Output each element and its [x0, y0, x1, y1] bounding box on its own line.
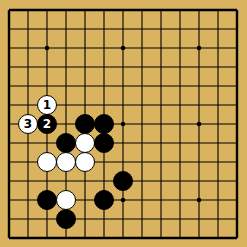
intersection-c12-r3[interactable]	[209, 39, 228, 58]
intersection-c4-r12[interactable]	[57, 210, 76, 229]
intersection-c11-r8[interactable]	[190, 134, 209, 153]
intersection-c8-r4[interactable]	[133, 58, 152, 77]
intersection-c8-r3[interactable]	[133, 39, 152, 58]
intersection-c13-r5[interactable]	[228, 77, 247, 96]
intersection-c8-r9[interactable]	[133, 153, 152, 172]
intersection-c10-r4[interactable]	[171, 58, 190, 77]
intersection-c6-r12[interactable]	[95, 210, 114, 229]
intersection-c11-r4[interactable]	[190, 58, 209, 77]
intersection-c3-r1[interactable]	[38, 1, 57, 20]
white-stone-move-1: 1	[37, 95, 57, 115]
intersection-c2-r12[interactable]	[19, 210, 38, 229]
intersection-c11-r6[interactable]	[190, 96, 209, 115]
intersection-c13-r7[interactable]	[228, 115, 247, 134]
white-stone	[37, 152, 57, 172]
intersection-c11-r11[interactable]	[190, 191, 209, 210]
intersection-c9-r13[interactable]	[152, 229, 171, 247]
intersection-c4-r6[interactable]	[57, 96, 76, 115]
intersection-c7-r2[interactable]	[114, 20, 133, 39]
intersection-c7-r9[interactable]	[114, 153, 133, 172]
intersection-c2-r13[interactable]	[19, 229, 38, 247]
intersection-c5-r10[interactable]	[76, 172, 95, 191]
intersection-c5-r5[interactable]	[76, 77, 95, 96]
intersection-c11-r7[interactable]	[190, 115, 209, 134]
intersection-c6-r10[interactable]	[95, 172, 114, 191]
intersection-c10-r6[interactable]	[171, 96, 190, 115]
intersection-c6-r11[interactable]	[95, 191, 114, 210]
intersection-c10-r10[interactable]	[171, 172, 190, 191]
move-number-label: 2	[43, 118, 51, 130]
intersection-c9-r9[interactable]	[152, 153, 171, 172]
intersection-c1-r10[interactable]	[0, 172, 19, 191]
intersection-c13-r10[interactable]	[228, 172, 247, 191]
intersection-c9-r4[interactable]	[152, 58, 171, 77]
intersection-c3-r7[interactable]: 2	[38, 115, 57, 134]
intersection-c13-r11[interactable]	[228, 191, 247, 210]
intersection-c5-r7[interactable]	[76, 115, 95, 134]
intersection-c2-r9[interactable]	[19, 153, 38, 172]
intersection-c2-r11[interactable]	[19, 191, 38, 210]
intersection-c11-r2[interactable]	[190, 20, 209, 39]
black-stone-move-2: 2	[37, 114, 57, 134]
intersection-c7-r6[interactable]	[114, 96, 133, 115]
intersection-c12-r10[interactable]	[209, 172, 228, 191]
intersection-c5-r3[interactable]	[76, 39, 95, 58]
intersection-c4-r2[interactable]	[57, 20, 76, 39]
intersection-c11-r10[interactable]	[190, 172, 209, 191]
move-number-label: 1	[43, 99, 51, 111]
intersection-c12-r12[interactable]	[209, 210, 228, 229]
intersection-c10-r12[interactable]	[171, 210, 190, 229]
intersection-c5-r9[interactable]	[76, 153, 95, 172]
intersection-c3-r8[interactable]	[38, 134, 57, 153]
black-stone	[56, 209, 76, 229]
intersection-c2-r3[interactable]	[19, 39, 38, 58]
intersection-c2-r8[interactable]	[19, 134, 38, 153]
intersection-c10-r11[interactable]	[171, 191, 190, 210]
intersection-c3-r3[interactable]	[38, 39, 57, 58]
intersection-c8-r1[interactable]	[133, 1, 152, 20]
black-stone	[75, 114, 95, 134]
intersection-c4-r9[interactable]	[57, 153, 76, 172]
intersection-c8-r6[interactable]	[133, 96, 152, 115]
intersection-c2-r5[interactable]	[19, 77, 38, 96]
intersection-c13-r9[interactable]	[228, 153, 247, 172]
intersection-c12-r4[interactable]	[209, 58, 228, 77]
intersection-c2-r2[interactable]	[19, 20, 38, 39]
intersection-c13-r1[interactable]	[228, 1, 247, 20]
intersection-c10-r13[interactable]	[171, 229, 190, 247]
intersection-c8-r12[interactable]	[133, 210, 152, 229]
intersection-c6-r4[interactable]	[95, 58, 114, 77]
intersection-c1-r8[interactable]	[0, 134, 19, 153]
intersection-c7-r13[interactable]	[114, 229, 133, 247]
intersection-c11-r3[interactable]	[190, 39, 209, 58]
intersection-c3-r13[interactable]	[38, 229, 57, 247]
intersection-c12-r11[interactable]	[209, 191, 228, 210]
intersection-c9-r8[interactable]	[152, 134, 171, 153]
intersection-c9-r7[interactable]	[152, 115, 171, 134]
intersection-c2-r4[interactable]	[19, 58, 38, 77]
intersection-c12-r1[interactable]	[209, 1, 228, 20]
intersection-c7-r12[interactable]	[114, 210, 133, 229]
intersection-c12-r9[interactable]	[209, 153, 228, 172]
intersection-c5-r6[interactable]	[76, 96, 95, 115]
intersection-c5-r13[interactable]	[76, 229, 95, 247]
intersection-c1-r12[interactable]	[0, 210, 19, 229]
intersection-c12-r13[interactable]	[209, 229, 228, 247]
intersection-c13-r8[interactable]	[228, 134, 247, 153]
intersection-c4-r13[interactable]	[57, 229, 76, 247]
intersection-c11-r12[interactable]	[190, 210, 209, 229]
intersection-c8-r7[interactable]	[133, 115, 152, 134]
intersection-c4-r7[interactable]	[57, 115, 76, 134]
intersection-c10-r3[interactable]	[171, 39, 190, 58]
intersection-c1-r3[interactable]	[0, 39, 19, 58]
intersection-c5-r2[interactable]	[76, 20, 95, 39]
intersection-c8-r5[interactable]	[133, 77, 152, 96]
white-stone	[56, 152, 76, 172]
intersection-c10-r1[interactable]	[171, 1, 190, 20]
intersection-c9-r3[interactable]	[152, 39, 171, 58]
white-stone	[75, 133, 95, 153]
intersection-c13-r4[interactable]	[228, 58, 247, 77]
intersection-c1-r1[interactable]	[0, 1, 19, 20]
intersection-c1-r13[interactable]	[0, 229, 19, 247]
intersection-c12-r7[interactable]	[209, 115, 228, 134]
intersection-c4-r10[interactable]	[57, 172, 76, 191]
intersection-c6-r5[interactable]	[95, 77, 114, 96]
intersection-c10-r8[interactable]	[171, 134, 190, 153]
intersection-c12-r5[interactable]	[209, 77, 228, 96]
intersection-c3-r4[interactable]	[38, 58, 57, 77]
intersection-c2-r6[interactable]	[19, 96, 38, 115]
intersection-c1-r7[interactable]	[0, 115, 19, 134]
intersection-c5-r11[interactable]	[76, 191, 95, 210]
white-stone	[56, 190, 76, 210]
intersection-c1-r5[interactable]	[0, 77, 19, 96]
intersection-c7-r10[interactable]	[114, 172, 133, 191]
intersection-c8-r10[interactable]	[133, 172, 152, 191]
intersection-c7-r4[interactable]	[114, 58, 133, 77]
intersection-c1-r2[interactable]	[0, 20, 19, 39]
intersection-c11-r9[interactable]	[190, 153, 209, 172]
intersection-c3-r2[interactable]	[38, 20, 57, 39]
black-stone	[56, 133, 76, 153]
intersection-c13-r12[interactable]	[228, 210, 247, 229]
intersection-c9-r6[interactable]	[152, 96, 171, 115]
move-number-label: 3	[24, 118, 32, 130]
intersection-c5-r1[interactable]	[76, 1, 95, 20]
intersection-c5-r12[interactable]	[76, 210, 95, 229]
intersection-c10-r2[interactable]	[171, 20, 190, 39]
intersection-c1-r9[interactable]	[0, 153, 19, 172]
go-diagram: 132	[0, 0, 247, 247]
intersection-c6-r13[interactable]	[95, 229, 114, 247]
go-board[interactable]: 132	[0, 1, 247, 247]
intersection-c1-r6[interactable]	[0, 96, 19, 115]
intersection-c8-r11[interactable]	[133, 191, 152, 210]
intersection-c9-r2[interactable]	[152, 20, 171, 39]
black-stone	[94, 133, 114, 153]
intersection-c12-r8[interactable]	[209, 134, 228, 153]
intersection-c3-r9[interactable]	[38, 153, 57, 172]
intersection-c9-r11[interactable]	[152, 191, 171, 210]
intersection-c10-r7[interactable]	[171, 115, 190, 134]
intersection-c11-r1[interactable]	[190, 1, 209, 20]
intersection-c3-r12[interactable]	[38, 210, 57, 229]
intersection-c3-r6[interactable]: 1	[38, 96, 57, 115]
intersection-c13-r6[interactable]	[228, 96, 247, 115]
intersection-c9-r5[interactable]	[152, 77, 171, 96]
intersection-c7-r1[interactable]	[114, 1, 133, 20]
intersection-c9-r12[interactable]	[152, 210, 171, 229]
intersection-c3-r11[interactable]	[38, 191, 57, 210]
intersection-c4-r3[interactable]	[57, 39, 76, 58]
white-stone-move-3: 3	[18, 114, 38, 134]
intersection-c2-r10[interactable]	[19, 172, 38, 191]
intersection-c10-r9[interactable]	[171, 153, 190, 172]
intersection-c3-r10[interactable]	[38, 172, 57, 191]
intersection-c7-r3[interactable]	[114, 39, 133, 58]
intersection-c2-r1[interactable]	[19, 1, 38, 20]
intersection-c4-r11[interactable]	[57, 191, 76, 210]
intersection-c8-r2[interactable]	[133, 20, 152, 39]
intersection-c6-r2[interactable]	[95, 20, 114, 39]
intersection-c6-r1[interactable]	[95, 1, 114, 20]
intersection-c7-r5[interactable]	[114, 77, 133, 96]
intersection-c13-r13[interactable]	[228, 229, 247, 247]
intersection-c1-r11[interactable]	[0, 191, 19, 210]
intersection-c3-r5[interactable]	[38, 77, 57, 96]
intersection-c11-r13[interactable]	[190, 229, 209, 247]
intersection-c6-r6[interactable]	[95, 96, 114, 115]
intersection-c13-r2[interactable]	[228, 20, 247, 39]
intersection-c9-r10[interactable]	[152, 172, 171, 191]
intersection-c13-r3[interactable]	[228, 39, 247, 58]
intersection-c6-r7[interactable]	[95, 115, 114, 134]
intersection-c4-r5[interactable]	[57, 77, 76, 96]
intersection-c7-r11[interactable]	[114, 191, 133, 210]
intersection-c5-r8[interactable]	[76, 134, 95, 153]
intersection-c6-r9[interactable]	[95, 153, 114, 172]
intersection-c4-r4[interactable]	[57, 58, 76, 77]
intersection-c2-r7[interactable]: 3	[19, 115, 38, 134]
intersection-c7-r8[interactable]	[114, 134, 133, 153]
intersection-c9-r1[interactable]	[152, 1, 171, 20]
intersection-c4-r8[interactable]	[57, 134, 76, 153]
intersection-c12-r6[interactable]	[209, 96, 228, 115]
black-stone	[113, 171, 133, 191]
black-stone	[94, 190, 114, 210]
intersection-c7-r7[interactable]	[114, 115, 133, 134]
intersection-c1-r4[interactable]	[0, 58, 19, 77]
intersection-c4-r1[interactable]	[57, 1, 76, 20]
intersection-c6-r8[interactable]	[95, 134, 114, 153]
intersection-c5-r4[interactable]	[76, 58, 95, 77]
black-stone	[94, 114, 114, 134]
intersection-c8-r8[interactable]	[133, 134, 152, 153]
intersection-c8-r13[interactable]	[133, 229, 152, 247]
intersection-c12-r2[interactable]	[209, 20, 228, 39]
white-stone	[75, 152, 95, 172]
intersection-c11-r5[interactable]	[190, 77, 209, 96]
black-stone	[37, 190, 57, 210]
intersection-c6-r3[interactable]	[95, 39, 114, 58]
intersection-c10-r5[interactable]	[171, 77, 190, 96]
